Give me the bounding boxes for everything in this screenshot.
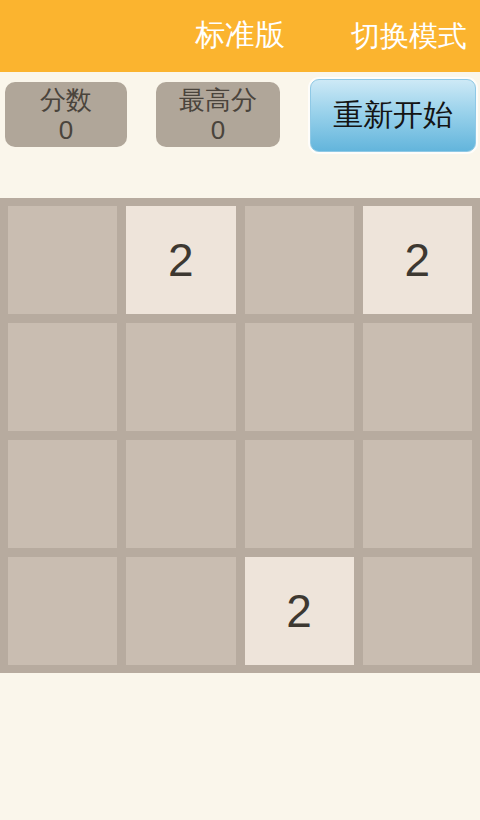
empty-cell-r3-c0 — [8, 557, 117, 665]
empty-cell-r1-c0 — [8, 323, 117, 431]
tile-2-r0-c1: 2 — [126, 206, 235, 314]
empty-cell-r1-c1 — [126, 323, 235, 431]
empty-cell-r2-c0 — [8, 440, 117, 548]
tile-2-r3-c2: 2 — [245, 557, 354, 665]
empty-cell-r3-c3 — [363, 557, 472, 665]
best-score-value: 0 — [156, 116, 280, 144]
score-box: 分数 0 — [5, 82, 127, 147]
empty-cell-r3-c1 — [126, 557, 235, 665]
switch-mode-button[interactable]: 切换模式 — [351, 0, 467, 72]
empty-cell-r2-c2 — [245, 440, 354, 548]
empty-cell-r1-c2 — [245, 323, 354, 431]
best-score-box: 最高分 0 — [156, 82, 280, 147]
empty-cell-r0-c0 — [8, 206, 117, 314]
score-label: 分数 — [5, 85, 127, 116]
empty-cell-r1-c3 — [363, 323, 472, 431]
app-header: 标准版 切换模式 — [0, 0, 480, 72]
empty-cell-r2-c1 — [126, 440, 235, 548]
empty-cell-r2-c3 — [363, 440, 472, 548]
empty-cell-r0-c2 — [245, 206, 354, 314]
score-value: 0 — [5, 116, 127, 144]
restart-button[interactable]: 重新开始 — [310, 79, 476, 152]
tile-2-r0-c3: 2 — [363, 206, 472, 314]
best-score-label: 最高分 — [156, 85, 280, 116]
game-board[interactable]: 222 — [0, 198, 480, 673]
